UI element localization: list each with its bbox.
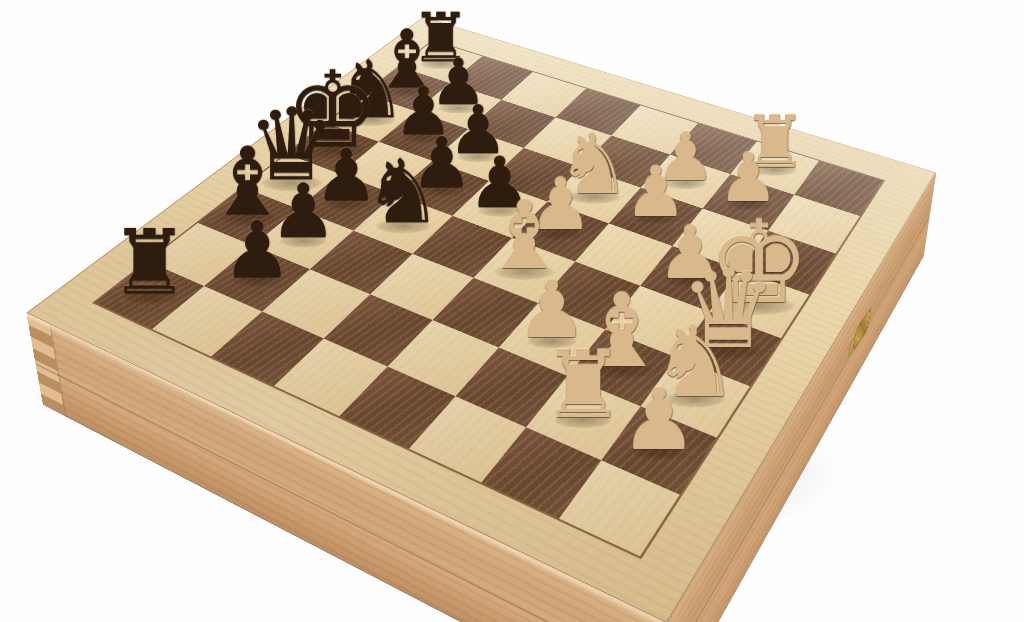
piece-black-knight-c4[interactable]: ♞: [363, 148, 442, 236]
piece-black-pawn-b2[interactable]: ♟: [222, 211, 292, 289]
piece-white-rook-g2[interactable]: ♜: [541, 338, 625, 431]
piece-black-rook-a1[interactable]: ♜: [110, 218, 190, 307]
piece-white-pawn-h2[interactable]: ♟: [621, 377, 698, 462]
pieces-layer: ♜♝♟♞♟♚♟♜♛♟♟♞♟♟♟♝♟♞♟♟♝♟♟♜♚♟♛♝♞♜♟: [0, 0, 1024, 622]
